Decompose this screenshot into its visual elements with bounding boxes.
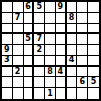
- cell-r1c3-given[interactable]: 6: [24, 2, 35, 13]
- cell-r6c7-given[interactable]: 4: [67, 56, 78, 67]
- cell-r5c8-empty[interactable]: [77, 45, 88, 56]
- cell-r4c9-empty[interactable]: [88, 34, 99, 45]
- cell-r8c6-empty[interactable]: [56, 77, 67, 88]
- cell-r3c9-empty[interactable]: [88, 24, 99, 35]
- cell-r3c7-empty[interactable]: [67, 24, 78, 35]
- cell-r5c4-given[interactable]: 2: [34, 45, 45, 56]
- cell-r9c9-empty[interactable]: [88, 88, 99, 99]
- cell-r7c8-empty[interactable]: [77, 67, 88, 78]
- cell-r9c2-empty[interactable]: [13, 88, 24, 99]
- cell-r2c2-given[interactable]: 7: [13, 13, 24, 24]
- cell-r5c9-empty[interactable]: [88, 45, 99, 56]
- cell-r6c1-given[interactable]: 3: [2, 56, 13, 67]
- cell-r5c3-empty[interactable]: [24, 45, 35, 56]
- cell-r2c9-empty[interactable]: [88, 13, 99, 24]
- cell-r8c9-given[interactable]: 5: [88, 77, 99, 88]
- cell-r3c3-empty[interactable]: [24, 24, 35, 35]
- cell-r2c3-empty[interactable]: [24, 13, 35, 24]
- cell-r4c8-empty[interactable]: [77, 34, 88, 45]
- cell-r6c6-empty[interactable]: [56, 56, 67, 67]
- cell-r8c8-given[interactable]: 6: [77, 77, 88, 88]
- cell-r1c5-empty[interactable]: [45, 2, 56, 13]
- cell-r8c5-empty[interactable]: [45, 77, 56, 88]
- cell-r9c6-empty[interactable]: [56, 88, 67, 99]
- cell-r3c1-empty[interactable]: [2, 24, 13, 35]
- cell-r9c8-empty[interactable]: [77, 88, 88, 99]
- cell-r5c2-empty[interactable]: [13, 45, 24, 56]
- cell-r7c7-empty[interactable]: [67, 67, 78, 78]
- cell-r6c2-empty[interactable]: [13, 56, 24, 67]
- cell-r9c1-empty[interactable]: [2, 88, 13, 99]
- cell-r4c3-given[interactable]: 5: [24, 34, 35, 45]
- cell-r3c5-empty[interactable]: [45, 24, 56, 35]
- cell-r1c4-given[interactable]: 5: [34, 2, 45, 13]
- cell-r8c2-empty[interactable]: [13, 77, 24, 88]
- cell-r5c1-given[interactable]: 9: [2, 45, 13, 56]
- cell-r9c3-empty[interactable]: [24, 88, 35, 99]
- cell-r9c7-empty[interactable]: [67, 88, 78, 99]
- cell-r4c7-empty[interactable]: [67, 34, 78, 45]
- cell-r4c2-empty[interactable]: [13, 34, 24, 45]
- cell-r1c6-given[interactable]: 9: [56, 2, 67, 13]
- cell-r2c1-empty[interactable]: [2, 13, 13, 24]
- cell-r6c9-empty[interactable]: [88, 56, 99, 67]
- cell-r2c6-empty[interactable]: [56, 13, 67, 24]
- cell-r3c2-empty[interactable]: [13, 24, 24, 35]
- cell-r4c5-empty[interactable]: [45, 34, 56, 45]
- cell-r1c2-empty[interactable]: [13, 2, 24, 13]
- cell-r8c1-empty[interactable]: [2, 77, 13, 88]
- cell-r9c5-given[interactable]: 1: [45, 88, 56, 99]
- cell-r2c4-empty[interactable]: [34, 13, 45, 24]
- cell-r6c4-empty[interactable]: [34, 56, 45, 67]
- cell-r4c4-given[interactable]: 7: [34, 34, 45, 45]
- cell-r6c5-empty[interactable]: [45, 56, 56, 67]
- sudoku-board: 65978579234284651: [0, 0, 101, 101]
- cell-r5c7-empty[interactable]: [67, 45, 78, 56]
- cell-r3c6-empty[interactable]: [56, 24, 67, 35]
- cell-r2c5-empty[interactable]: [45, 13, 56, 24]
- cell-r7c2-given[interactable]: 2: [13, 67, 24, 78]
- cell-r2c8-empty[interactable]: [77, 13, 88, 24]
- cell-r7c5-given[interactable]: 8: [45, 67, 56, 78]
- cell-r4c1-empty[interactable]: [2, 34, 13, 45]
- cell-r7c9-empty[interactable]: [88, 67, 99, 78]
- cell-r5c5-empty[interactable]: [45, 45, 56, 56]
- cell-r7c3-empty[interactable]: [24, 67, 35, 78]
- cell-r1c1-empty[interactable]: [2, 2, 13, 13]
- cell-r6c8-empty[interactable]: [77, 56, 88, 67]
- cell-r2c7-given[interactable]: 8: [67, 13, 78, 24]
- cell-r1c7-empty[interactable]: [67, 2, 78, 13]
- cell-r1c8-empty[interactable]: [77, 2, 88, 13]
- cell-r8c4-empty[interactable]: [34, 77, 45, 88]
- cell-r7c4-empty[interactable]: [34, 67, 45, 78]
- cell-r7c1-empty[interactable]: [2, 67, 13, 78]
- cell-r8c3-empty[interactable]: [24, 77, 35, 88]
- cell-r7c6-given[interactable]: 4: [56, 67, 67, 78]
- cell-r1c9-empty[interactable]: [88, 2, 99, 13]
- cell-r3c4-empty[interactable]: [34, 24, 45, 35]
- cell-r5c6-empty[interactable]: [56, 45, 67, 56]
- cell-r6c3-empty[interactable]: [24, 56, 35, 67]
- cell-r8c7-empty[interactable]: [67, 77, 78, 88]
- cell-r4c6-empty[interactable]: [56, 34, 67, 45]
- cell-r9c4-empty[interactable]: [34, 88, 45, 99]
- cell-r3c8-empty[interactable]: [77, 24, 88, 35]
